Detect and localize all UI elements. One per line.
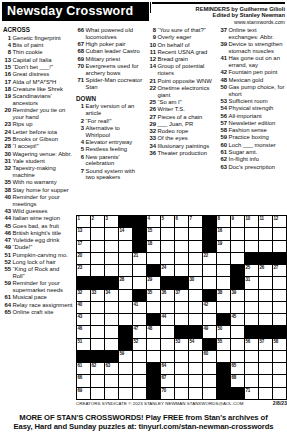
cell-number: 38 (218, 290, 223, 295)
clue-text: In-flight info (229, 156, 286, 163)
grid-cell[interactable]: 40 (77, 302, 90, 313)
grid-cell[interactable] (203, 375, 216, 386)
cell-number: 10 (246, 216, 251, 221)
grid-cell[interactable]: 39 (231, 290, 244, 301)
promo-line-1: MORE OF STAN'S CROSSWORDS! Play FREE fro… (3, 413, 284, 422)
grid-cell[interactable] (147, 302, 160, 313)
clue-text: Fountain pen point (229, 69, 286, 76)
grid-cell[interactable] (105, 265, 118, 276)
cell-number: 18 (148, 241, 153, 246)
grid-cell[interactable]: 38 (217, 290, 230, 301)
cell-number: 62 (92, 363, 97, 368)
grid-cell[interactable]: 27 (273, 265, 286, 276)
clue-text: ___ Juan, PR (158, 121, 217, 128)
grid-cell[interactable]: 9 (231, 216, 244, 227)
cell-number: 54 (190, 339, 195, 344)
grid-cell[interactable]: 55 (217, 339, 230, 350)
cell-number: 1 (78, 216, 80, 221)
clue-text: Reminder for your supermarket needs (13, 280, 74, 294)
grid-cell[interactable] (147, 253, 160, 264)
clue-item: 29___ Juan, PR (148, 121, 216, 128)
grid-cell[interactable] (119, 290, 132, 301)
clue-item: 54Physical strength (219, 105, 285, 112)
grid-cell[interactable]: 30 (189, 277, 202, 288)
grid-cell[interactable] (119, 253, 132, 264)
clue-item: 17Alda of M*A*S*H (3, 79, 73, 86)
clue-item: 59Reminder for your supermarket needs (3, 280, 73, 294)
grid-cell[interactable]: 13 (77, 228, 90, 239)
grid-cell[interactable] (259, 388, 272, 399)
grid-cell[interactable] (91, 339, 104, 350)
clue-text: Alda of M*A*S*H (13, 79, 74, 86)
clue-text: Overly eager (158, 34, 217, 41)
grid-cell[interactable]: 42 (203, 302, 216, 313)
clue-number: 41 (219, 55, 229, 69)
clue-number: 37 (219, 27, 229, 41)
grid-cell[interactable]: 19 (217, 241, 230, 252)
cell-number: 37 (176, 290, 181, 295)
cell-number: 33 (92, 290, 97, 295)
black-cell (203, 290, 216, 301)
grid-cell[interactable] (231, 241, 244, 252)
clue-number: 19 (3, 93, 13, 107)
grid-cell[interactable] (175, 351, 188, 362)
grid-cell[interactable]: 47 (133, 326, 146, 337)
grid-cell[interactable] (119, 265, 132, 276)
grid-cell[interactable] (259, 228, 272, 239)
grid-cell[interactable] (231, 228, 244, 239)
grid-cell[interactable]: 26 (259, 265, 272, 276)
clue-text: Italian wine region (13, 215, 74, 222)
grid-cell[interactable] (189, 253, 202, 264)
grid-cell[interactable] (231, 302, 244, 313)
grid-cell[interactable] (203, 265, 216, 276)
grid-cell[interactable] (245, 375, 258, 386)
grid-cell[interactable] (91, 253, 104, 264)
grid-cell[interactable] (273, 302, 286, 313)
grid-cell[interactable]: 44 (161, 314, 174, 325)
clue-number: 10 (148, 42, 158, 49)
grid-cell[interactable]: 60 (203, 351, 216, 362)
grid-cell[interactable] (273, 290, 286, 301)
grid-cell[interactable]: 67 (161, 375, 174, 386)
grid-cell[interactable] (175, 314, 188, 325)
grid-cell[interactable]: 10 (245, 216, 258, 227)
grid-cell[interactable] (259, 302, 272, 313)
copyright-line: CREATORS SYNDICATE © 2023 STANLEY NEWMAN… (76, 401, 287, 406)
grid-cell[interactable] (105, 375, 118, 386)
grid-cell[interactable]: 18 (147, 241, 160, 252)
grid-cell[interactable] (91, 241, 104, 252)
clue-text: Sound system with two speakers (86, 168, 146, 182)
cell-number: 47 (134, 326, 139, 331)
cell-number: 52 (134, 339, 139, 344)
grid-cell[interactable] (119, 314, 132, 325)
cell-number: 20 (78, 253, 83, 258)
grid-cell[interactable] (273, 388, 286, 399)
clue-text: British knight's title (13, 230, 74, 237)
grid-cell[interactable] (91, 326, 104, 337)
cell-number: 2 (92, 216, 94, 221)
black-cell (105, 277, 118, 288)
clue-number: 49 (3, 244, 13, 251)
grid-cell[interactable]: 5 (161, 216, 174, 227)
grid-cell[interactable] (91, 302, 104, 313)
grid-cell[interactable] (91, 314, 104, 325)
grid-cell[interactable] (133, 388, 146, 399)
grid-cell[interactable] (203, 363, 216, 374)
grid-cell[interactable] (91, 375, 104, 386)
grid-cell[interactable]: 28 (119, 277, 132, 288)
grid-cell[interactable]: 62 (91, 363, 104, 374)
grid-cell[interactable]: 20 (77, 253, 90, 264)
grid-cell[interactable]: 54 (189, 339, 202, 350)
clue-column-1: ACROSS1Genetic fingerprint4Bits of paint… (3, 27, 73, 409)
black-cell (217, 363, 230, 374)
grid-cell[interactable]: 33 (91, 290, 104, 301)
grid-cell[interactable] (259, 241, 272, 252)
grid-cell[interactable] (217, 253, 230, 264)
grid-cell[interactable]: 65 (231, 363, 244, 374)
cell-number: 39 (232, 290, 237, 295)
grid-cell[interactable] (259, 277, 272, 288)
grid-cell[interactable] (231, 326, 244, 337)
clue-number: 71 (76, 77, 86, 91)
grid-cell[interactable]: 11 (259, 216, 272, 227)
grid-cell[interactable]: 8 (217, 216, 230, 227)
grid-cell[interactable] (189, 351, 202, 362)
grid-cell[interactable] (119, 388, 132, 399)
grid-cell[interactable] (273, 375, 286, 386)
grid-cell[interactable]: 35 (147, 290, 160, 301)
grid-cell[interactable] (119, 375, 132, 386)
grid-cell[interactable]: 7 (189, 216, 202, 227)
grid-cell[interactable] (105, 302, 118, 313)
grid-cell[interactable]: 15 (147, 228, 160, 239)
cell-number: 60 (204, 351, 209, 356)
clue-item: 42Fountain pen point (219, 69, 285, 76)
clue-number: 61 (219, 149, 229, 156)
clue-item: 20Reminder you tie on your hand (3, 107, 73, 121)
cell-number: 16 (218, 228, 223, 233)
clue-column-4: 37Online text exchanges: Abbr.39Device t… (219, 27, 285, 212)
grid-cell[interactable]: 34 (105, 290, 118, 301)
grid-cell[interactable] (189, 228, 202, 239)
clue-item: 25“So am I” (148, 99, 216, 106)
grid-cell[interactable] (105, 326, 118, 337)
grid-cell[interactable] (189, 314, 202, 325)
black-cell (231, 265, 244, 276)
grid-cell[interactable]: 43 (77, 314, 90, 325)
grid-cell[interactable] (273, 314, 286, 325)
grid-cell[interactable] (273, 228, 286, 239)
clue-number: 33 (148, 135, 158, 142)
grid-cell[interactable] (91, 228, 104, 239)
grid-cell[interactable]: 68 (231, 375, 244, 386)
grid-cell[interactable] (203, 277, 216, 288)
grid-cell[interactable] (273, 363, 286, 374)
grid-cell[interactable]: 41 (133, 302, 146, 313)
grid-cell[interactable]: 24 (161, 265, 174, 276)
grid-cell[interactable]: 37 (175, 290, 188, 301)
grid-cell[interactable] (105, 339, 118, 350)
grid-cell[interactable] (203, 314, 216, 325)
grid-cell[interactable] (105, 314, 118, 325)
cell-number: 65 (232, 363, 237, 368)
grid-cell[interactable]: 56 (245, 339, 258, 350)
cell-number: 44 (162, 314, 167, 319)
cell-number: 59 (120, 351, 125, 356)
grid-cell[interactable] (189, 290, 202, 301)
grid-cell[interactable] (231, 253, 244, 264)
clue-number: 42 (219, 69, 229, 76)
grid-cell[interactable] (175, 388, 188, 399)
clue-number: 6 (76, 154, 86, 168)
clue-column-2: 66What powered old locomotives67High pok… (76, 27, 145, 212)
clue-number: 20 (3, 107, 13, 121)
crossword-grid: 1234567891011121314151617181920212223242… (76, 215, 287, 400)
grid-cell[interactable] (133, 277, 146, 288)
cell-number: 8 (218, 216, 220, 221)
grid-cell[interactable] (133, 314, 146, 325)
black-cell (91, 277, 104, 288)
grid-cell[interactable] (147, 339, 160, 350)
cell-number: 58 (274, 339, 279, 344)
clue-item: 25Brooks or Gibson (3, 136, 73, 143)
grid-cell[interactable] (119, 302, 132, 313)
grid-cell[interactable]: 63 (105, 363, 118, 374)
grid-cell[interactable]: 59 (119, 351, 132, 362)
clue-number: 58 (219, 127, 229, 134)
grid-cell[interactable]: 50 (217, 326, 230, 337)
grid-cell[interactable] (133, 363, 146, 374)
clue-text: Early version of an article (86, 103, 146, 117)
grid-cell[interactable] (203, 388, 216, 399)
grid-cell[interactable]: 45 (231, 314, 244, 325)
masthead-title: Newsday Crossword (2, 2, 149, 21)
grid-cell[interactable] (105, 388, 118, 399)
clue-text: Stay home for supper (13, 187, 74, 194)
clue-number: 21 (148, 78, 158, 85)
grid-cell[interactable] (161, 326, 174, 337)
cell-number: 71 (246, 388, 251, 393)
grid-cell[interactable] (217, 351, 230, 362)
grid-cell[interactable] (105, 253, 118, 264)
grid-cell[interactable] (161, 351, 174, 362)
grid-cell[interactable]: 6 (175, 216, 188, 227)
grid-cell[interactable] (133, 375, 146, 386)
grid-cell[interactable] (91, 388, 104, 399)
grid-cell[interactable]: 4 (147, 216, 160, 227)
grid-cell[interactable] (273, 351, 286, 362)
grid-cell[interactable] (259, 290, 272, 301)
grid-cell[interactable]: 12 (273, 216, 286, 227)
grid-cell[interactable] (105, 241, 118, 252)
cell-number: 3 (106, 216, 108, 221)
clue-text: Alternative to Whirlpool (86, 125, 146, 139)
grid-cell[interactable]: 31 (245, 277, 258, 288)
clue-item: 61Sugar amt. (219, 149, 285, 156)
grid-cell[interactable] (119, 241, 132, 252)
grid-cell[interactable] (217, 265, 230, 276)
cell-number: 64 (162, 363, 167, 368)
grid-cell[interactable] (161, 228, 174, 239)
grid-cell[interactable]: 29 (147, 277, 160, 288)
clue-number: 22 (148, 85, 158, 99)
clue-number: 32 (3, 165, 13, 179)
grid-cell[interactable] (245, 290, 258, 301)
grid-cell[interactable]: 32 (77, 290, 90, 301)
grid-cell[interactable] (245, 228, 258, 239)
black-cell (175, 326, 188, 337)
grid-cell[interactable]: 66 (77, 375, 90, 386)
black-cell (133, 228, 146, 239)
grid-cell[interactable] (273, 241, 286, 252)
black-cell (133, 241, 146, 252)
grid-cell[interactable] (189, 388, 202, 399)
grid-cell[interactable]: 70 (161, 388, 174, 399)
grid-cell[interactable]: 21 (133, 253, 146, 264)
grid-cell[interactable] (259, 314, 272, 325)
grid-cell[interactable]: 58 (273, 339, 286, 350)
grid-cell[interactable] (231, 339, 244, 350)
cell-number: 5 (162, 216, 164, 221)
grid-cell[interactable] (175, 241, 188, 252)
clue-text: Fashion sense (229, 127, 286, 134)
grid-cell[interactable] (245, 241, 258, 252)
grid-cell[interactable]: 64 (161, 363, 174, 374)
clue-item: 35With no warranty (3, 179, 73, 186)
grid-cell[interactable]: 49 (203, 326, 216, 337)
clue-text: “For real!” (86, 118, 146, 125)
clue-text: With no warranty (13, 179, 74, 186)
cell-number: 42 (204, 302, 209, 307)
clue-number: 35 (3, 179, 13, 186)
grid-cell[interactable] (259, 375, 272, 386)
grid-cell[interactable] (189, 241, 202, 252)
cell-number: 9 (232, 216, 234, 221)
cell-number: 46 (78, 326, 83, 331)
grid-cell[interactable]: 36 (161, 290, 174, 301)
grid-cell[interactable]: 1 (77, 216, 90, 227)
black-cell (273, 253, 286, 264)
grid-cell[interactable] (175, 375, 188, 386)
clue-number: 31 (3, 158, 13, 165)
grid-cell[interactable] (175, 265, 188, 276)
grid-cell[interactable]: 2 (91, 216, 104, 227)
grid-cell[interactable]: 71 (245, 388, 258, 399)
grid-cell[interactable] (217, 302, 230, 313)
grid-cell[interactable] (161, 241, 174, 252)
clue-number: 30 (3, 151, 13, 158)
promo-text: MORE OF STAN'S CROSSWORDS! Play FREE fro… (3, 413, 284, 431)
cell-number: 49 (204, 326, 209, 331)
grid-cell[interactable]: 61 (77, 363, 90, 374)
clue-number: 60 (219, 142, 229, 149)
grid-cell[interactable]: 57 (259, 339, 272, 350)
grid-cell[interactable] (161, 302, 174, 313)
grid-cell[interactable] (147, 351, 160, 362)
grid-cell[interactable]: 53 (175, 339, 188, 350)
grid-cell[interactable] (133, 351, 146, 362)
clue-number: 46 (3, 230, 13, 237)
clue-text: Yale student (13, 158, 74, 165)
grid-cell[interactable]: 22 (203, 253, 216, 264)
cell-number: 6 (176, 216, 178, 221)
grid-cell[interactable] (91, 265, 104, 276)
grid-cell[interactable]: 52 (133, 339, 146, 350)
grid-cell[interactable] (189, 375, 202, 386)
grid-cell[interactable]: 51 (77, 339, 90, 350)
grid-cell[interactable] (273, 277, 286, 288)
clue-number: 25 (148, 99, 158, 106)
clue-number: 5 (76, 146, 86, 153)
grid-cell[interactable] (161, 253, 174, 264)
grid-cell[interactable] (175, 363, 188, 374)
grid-cell[interactable] (175, 228, 188, 239)
grid-cell[interactable]: 14 (119, 228, 132, 239)
grid-cell[interactable] (175, 302, 188, 313)
grid-cell[interactable]: 46 (77, 326, 90, 337)
cell-number: 11 (260, 216, 264, 221)
clue-number: 15 (3, 64, 13, 71)
clue-item: 4Elevator entryway (76, 139, 145, 146)
grid-cell[interactable]: 17 (77, 241, 90, 252)
grid-cell[interactable] (259, 351, 272, 362)
clue-text: Great distress (13, 71, 74, 78)
grid-cell[interactable]: 25 (245, 265, 258, 276)
grid-cell[interactable]: 16 (217, 228, 230, 239)
grid-cell[interactable] (175, 253, 188, 264)
cell-number: 53 (176, 339, 181, 344)
clue-text: Online craft site (13, 309, 74, 316)
grid-cell[interactable] (189, 265, 202, 276)
clue-text: Rips up (13, 121, 74, 128)
grid-cell[interactable] (105, 228, 118, 239)
grid-cell[interactable] (245, 363, 258, 374)
grid-cell[interactable] (189, 302, 202, 313)
grid-cell[interactable] (133, 265, 146, 276)
clue-text: Cuban leader Castro (86, 48, 146, 55)
grid-cell[interactable]: 3 (105, 216, 118, 227)
grid-cell[interactable] (161, 339, 174, 350)
grid-cell[interactable] (119, 363, 132, 374)
clue-text: Doc's prescription (229, 164, 286, 171)
cell-number: 17 (78, 241, 83, 246)
clue-number: 3 (76, 125, 86, 139)
clue-number: 69 (76, 56, 86, 63)
grid-cell[interactable]: 23 (77, 265, 90, 276)
grid-cell[interactable] (189, 363, 202, 374)
clue-number: 59 (219, 134, 229, 141)
clue-item: 9Overly eager (148, 34, 216, 41)
grid-cell[interactable] (245, 302, 258, 313)
grid-cell[interactable] (259, 363, 272, 374)
grid-cell[interactable]: 48 (147, 326, 160, 337)
grid-cell[interactable] (231, 351, 244, 362)
grid-cell[interactable]: 69 (77, 388, 90, 399)
grid-cell[interactable] (245, 351, 258, 362)
black-cell (119, 326, 132, 337)
clue-item: 4Bits of paint (3, 42, 73, 49)
grid-cell[interactable] (245, 314, 258, 325)
clue-item: 69Military priest (76, 56, 145, 63)
cell-number: 45 (232, 314, 237, 319)
black-cell (189, 326, 202, 337)
grid-cell[interactable] (217, 277, 230, 288)
clue-item: 36Theater production (148, 150, 216, 157)
clue-text: Onetime electronics giant (158, 85, 217, 99)
